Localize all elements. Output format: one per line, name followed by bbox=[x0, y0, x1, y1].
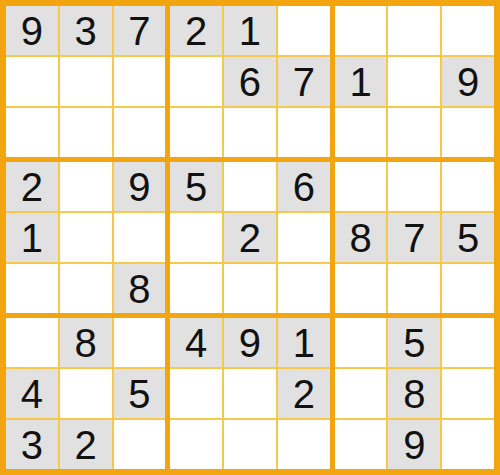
cell-r1c4: 2 bbox=[170, 6, 222, 55]
block-r3c1: 84532 bbox=[6, 318, 165, 469]
cell-r2c2[interactable] bbox=[60, 57, 112, 106]
cell-r8c7[interactable] bbox=[335, 369, 387, 418]
cell-r7c6: 1 bbox=[278, 318, 330, 367]
cell-r7c2: 8 bbox=[60, 318, 112, 367]
cell-r7c3[interactable] bbox=[114, 318, 166, 367]
cell-r9c2: 2 bbox=[60, 420, 112, 469]
cell-r1c3: 7 bbox=[114, 6, 166, 55]
cell-r3c8[interactable] bbox=[388, 108, 440, 157]
cell-r1c6[interactable] bbox=[278, 6, 330, 55]
cell-r4c4: 5 bbox=[170, 162, 222, 211]
cell-r3c6[interactable] bbox=[278, 108, 330, 157]
cell-r2c3[interactable] bbox=[114, 57, 166, 106]
cell-r5c7: 8 bbox=[335, 213, 387, 262]
cell-r6c4[interactable] bbox=[170, 264, 222, 313]
sudoku-board: 9372167192918562875845324912589 bbox=[0, 0, 500, 475]
cell-r2c6: 7 bbox=[278, 57, 330, 106]
cell-r6c1[interactable] bbox=[6, 264, 58, 313]
cell-r6c2[interactable] bbox=[60, 264, 112, 313]
cell-r2c9: 9 bbox=[442, 57, 494, 106]
cell-r8c3: 5 bbox=[114, 369, 166, 418]
cell-r7c5: 9 bbox=[224, 318, 276, 367]
cell-r2c7: 1 bbox=[335, 57, 387, 106]
cell-r4c2[interactable] bbox=[60, 162, 112, 211]
cell-r2c8[interactable] bbox=[388, 57, 440, 106]
cell-r1c9[interactable] bbox=[442, 6, 494, 55]
cell-r2c5: 6 bbox=[224, 57, 276, 106]
cell-r9c7[interactable] bbox=[335, 420, 387, 469]
cell-r9c9[interactable] bbox=[442, 420, 494, 469]
cell-r4c5[interactable] bbox=[224, 162, 276, 211]
cell-r1c1: 9 bbox=[6, 6, 58, 55]
block-r2c1: 2918 bbox=[6, 162, 165, 313]
block-r2c3: 875 bbox=[335, 162, 494, 313]
cell-r5c5: 2 bbox=[224, 213, 276, 262]
cell-r6c5[interactable] bbox=[224, 264, 276, 313]
cell-r9c1: 3 bbox=[6, 420, 58, 469]
cell-r4c1: 2 bbox=[6, 162, 58, 211]
cell-r6c3: 8 bbox=[114, 264, 166, 313]
cell-r3c9[interactable] bbox=[442, 108, 494, 157]
cell-r6c7[interactable] bbox=[335, 264, 387, 313]
cell-r3c1[interactable] bbox=[6, 108, 58, 157]
cell-r8c5[interactable] bbox=[224, 369, 276, 418]
cell-r9c8: 9 bbox=[388, 420, 440, 469]
block-r1c1: 937 bbox=[6, 6, 165, 157]
cell-r7c7[interactable] bbox=[335, 318, 387, 367]
cell-r4c9[interactable] bbox=[442, 162, 494, 211]
cell-r9c5[interactable] bbox=[224, 420, 276, 469]
cell-r8c8: 8 bbox=[388, 369, 440, 418]
block-r2c2: 562 bbox=[170, 162, 329, 313]
cell-r1c5: 1 bbox=[224, 6, 276, 55]
cell-r6c9[interactable] bbox=[442, 264, 494, 313]
cell-r8c6: 2 bbox=[278, 369, 330, 418]
cell-r5c3[interactable] bbox=[114, 213, 166, 262]
cell-r3c7[interactable] bbox=[335, 108, 387, 157]
cell-r8c4[interactable] bbox=[170, 369, 222, 418]
cell-r4c6: 6 bbox=[278, 162, 330, 211]
cell-r3c5[interactable] bbox=[224, 108, 276, 157]
cell-r1c7[interactable] bbox=[335, 6, 387, 55]
cell-r7c9[interactable] bbox=[442, 318, 494, 367]
cell-r5c8: 7 bbox=[388, 213, 440, 262]
cell-r8c1: 4 bbox=[6, 369, 58, 418]
cell-r3c4[interactable] bbox=[170, 108, 222, 157]
cell-r5c1: 1 bbox=[6, 213, 58, 262]
block-r3c2: 4912 bbox=[170, 318, 329, 469]
block-r3c3: 589 bbox=[335, 318, 494, 469]
cell-r6c6[interactable] bbox=[278, 264, 330, 313]
cell-r5c4[interactable] bbox=[170, 213, 222, 262]
cell-r5c2[interactable] bbox=[60, 213, 112, 262]
cell-r8c2[interactable] bbox=[60, 369, 112, 418]
cell-r2c1[interactable] bbox=[6, 57, 58, 106]
cell-r4c7[interactable] bbox=[335, 162, 387, 211]
cell-r1c8[interactable] bbox=[388, 6, 440, 55]
cell-r7c8: 5 bbox=[388, 318, 440, 367]
cell-r5c9: 5 bbox=[442, 213, 494, 262]
cell-r8c9[interactable] bbox=[442, 369, 494, 418]
cell-r9c4[interactable] bbox=[170, 420, 222, 469]
cell-r3c3[interactable] bbox=[114, 108, 166, 157]
cell-r6c8[interactable] bbox=[388, 264, 440, 313]
cell-r5c6[interactable] bbox=[278, 213, 330, 262]
cell-r7c1[interactable] bbox=[6, 318, 58, 367]
cell-r1c2: 3 bbox=[60, 6, 112, 55]
block-r1c2: 2167 bbox=[170, 6, 329, 157]
cell-r9c6[interactable] bbox=[278, 420, 330, 469]
cell-r3c2[interactable] bbox=[60, 108, 112, 157]
cell-r9c3[interactable] bbox=[114, 420, 166, 469]
cell-r4c8[interactable] bbox=[388, 162, 440, 211]
cell-r4c3: 9 bbox=[114, 162, 166, 211]
cell-r7c4: 4 bbox=[170, 318, 222, 367]
cell-r2c4[interactable] bbox=[170, 57, 222, 106]
block-r1c3: 19 bbox=[335, 6, 494, 157]
